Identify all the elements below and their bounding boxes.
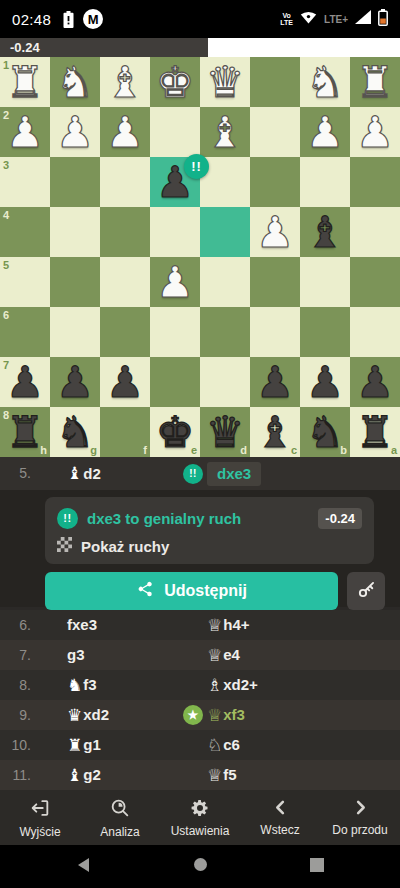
black-pawn: ♟ <box>250 357 300 407</box>
android-recents-button[interactable] <box>310 858 324 876</box>
rank-label: 5 <box>3 259 9 271</box>
black-pawn: ♟ <box>0 357 50 407</box>
black-rook: ♜ <box>350 407 400 457</box>
square-g1[interactable]: ♞ <box>50 57 100 107</box>
black-knight: ♞ <box>300 407 350 457</box>
signal-icon <box>355 10 371 28</box>
square-c1[interactable] <box>250 57 300 107</box>
move-piece-icon: ♘ <box>207 730 222 760</box>
nav-item-exit[interactable]: Wyjście <box>0 790 80 845</box>
square-a7[interactable]: ♟ <box>350 357 400 407</box>
black-pawn: ♟ <box>300 357 350 407</box>
square-e8[interactable]: e♚ <box>150 407 200 457</box>
white-pawn: ♟ <box>100 107 150 157</box>
move-piece-icon: ♗ <box>207 670 222 700</box>
square-g8[interactable]: g♞ <box>50 407 100 457</box>
analysis-headline: dxe3 to genialny ruch <box>87 510 241 527</box>
square-h7[interactable]: 7♟ <box>0 357 50 407</box>
black-pawn: ♟ <box>50 357 100 407</box>
square-b6[interactable] <box>300 307 350 357</box>
white-pawn: ♟ <box>150 257 200 307</box>
square-h2[interactable]: 2♟ <box>0 107 50 157</box>
move-san: g2 <box>83 760 101 790</box>
key-button[interactable] <box>347 572 385 610</box>
square-c5[interactable] <box>250 257 300 307</box>
move-number: 7. <box>0 640 31 670</box>
square-b4[interactable]: ♝ <box>300 207 350 257</box>
app-nav-bar: Wyjście Analiza Ustawienia Wstecz Do prz… <box>0 790 400 845</box>
white-pawn: ♟ <box>250 207 300 257</box>
move-piece-icon: ♕ <box>207 700 222 730</box>
square-d1[interactable]: ♛ <box>200 57 250 107</box>
evaluation-bar: -0.24 <box>0 38 400 57</box>
square-a8[interactable]: a♜ <box>350 407 400 457</box>
square-b5[interactable] <box>300 257 350 307</box>
white-move[interactable]: ♞f3 <box>67 670 97 700</box>
white-pawn: ♟ <box>0 107 50 157</box>
black-king: ♚ <box>150 407 200 457</box>
key-icon <box>356 579 377 604</box>
volte-icon: VoLTE <box>280 12 293 26</box>
square-d5[interactable] <box>200 257 250 307</box>
move-number: 5. <box>0 457 31 490</box>
square-b3[interactable] <box>300 157 350 207</box>
move-row-7: 7.g3♕e4 <box>0 640 400 670</box>
black-queen: ♛ <box>200 407 250 457</box>
network-type-label: LTE+ <box>324 14 348 25</box>
square-e2[interactable] <box>150 107 200 157</box>
square-a1[interactable]: ♜ <box>350 57 400 107</box>
black-move[interactable]: ♗xd2+ <box>183 670 258 700</box>
motorola-logo: M <box>83 9 103 29</box>
square-d7[interactable] <box>200 357 250 407</box>
move-piece-icon: ♕ <box>207 640 222 670</box>
black-knight: ♞ <box>50 407 100 457</box>
black-rook: ♜ <box>0 407 50 457</box>
chess-board: 1♜♞♝♚♛♞♜2♟♟♟♝♟♟3♟4♟♝5♟67♟♟♟♟♟♟8h♜g♞fe♚d♛… <box>0 57 400 457</box>
move-san: c6 <box>223 730 240 760</box>
square-a3[interactable] <box>350 157 400 207</box>
square-g2[interactable]: ♟ <box>50 107 100 157</box>
nav-label: Ustawienia <box>171 824 230 838</box>
square-h3[interactable]: 3 <box>0 157 50 207</box>
black-move[interactable]: ♕e4 <box>183 640 240 670</box>
white-bishop: ♝ <box>100 57 150 107</box>
white-move[interactable]: ♝d2 <box>67 457 101 490</box>
move-san: d2 <box>83 457 101 490</box>
brilliant-badge-icon: !! <box>57 508 78 529</box>
move-row-5: 5.♝d2!!dxe3 <box>0 457 400 490</box>
square-e6[interactable] <box>150 307 200 357</box>
square-b2[interactable]: ♟ <box>300 107 350 157</box>
nav-item-analysis[interactable]: Analiza <box>80 790 160 845</box>
analysis-card: !! dxe3 to genialny ruch -0.24 Pokaż ruc… <box>45 497 374 564</box>
black-bishop: ♝ <box>300 207 350 257</box>
white-pawn: ♟ <box>50 107 100 157</box>
best-move-star-icon: ★ <box>183 705 203 725</box>
black-move[interactable]: ★♕xf3 <box>183 700 245 730</box>
chevron-left-icon <box>271 798 290 820</box>
status-bar: 02:48 M VoLTE LTE+ <box>0 0 400 38</box>
move-number: 9. <box>0 700 31 730</box>
move-number: 8. <box>0 670 31 700</box>
evaluation-value: -0.24 <box>10 38 40 57</box>
share-button-label: Udostępnij <box>164 582 247 600</box>
white-move[interactable]: ♜g1 <box>67 730 101 760</box>
square-c4[interactable]: ♟ <box>250 207 300 257</box>
move-piece-icon: ♛ <box>67 700 82 730</box>
move-san: xd2 <box>83 700 109 730</box>
square-e1[interactable]: ♚ <box>150 57 200 107</box>
black-move[interactable]: !!dxe3 <box>183 457 261 490</box>
android-home-button[interactable] <box>193 857 208 876</box>
move-san: dxe3 <box>217 465 251 482</box>
white-king: ♚ <box>150 57 200 107</box>
move-piece-icon: ♕ <box>207 610 222 640</box>
black-pawn: ♟ <box>100 357 150 407</box>
exit-icon <box>29 797 51 822</box>
share-button[interactable]: Udostępnij <box>45 572 338 610</box>
settings-gear-icon <box>190 798 210 821</box>
rank-label: 3 <box>3 159 9 171</box>
square-b1[interactable]: ♞ <box>300 57 350 107</box>
move-san: h4+ <box>223 610 249 640</box>
battery-icon <box>378 9 388 30</box>
square-g5[interactable] <box>50 257 100 307</box>
square-d6[interactable] <box>200 307 250 357</box>
square-a6[interactable] <box>350 307 400 357</box>
square-c6[interactable] <box>250 307 300 357</box>
white-move[interactable]: g3 <box>67 640 85 670</box>
square-h1[interactable]: 1♜ <box>0 57 50 107</box>
white-move[interactable]: fxe3 <box>67 610 97 640</box>
nav-item-back[interactable]: Wstecz <box>240 790 320 845</box>
square-c2[interactable] <box>250 107 300 157</box>
square-h8[interactable]: 8h♜ <box>0 407 50 457</box>
square-e4[interactable] <box>150 207 200 257</box>
move-row-10: 10.♜g1♘c6 <box>0 730 400 760</box>
move-san: g3 <box>67 640 85 670</box>
move-row-6: 6.fxe3♕h4+ <box>0 610 400 640</box>
move-row-9: 9.♛xd2★♕xf3 <box>0 700 400 730</box>
eval-score-badge: -0.24 <box>318 508 362 529</box>
white-knight: ♞ <box>300 57 350 107</box>
move-piece-icon: ♝ <box>67 457 82 490</box>
square-h4[interactable]: 4 <box>0 207 50 257</box>
clock: 02:48 <box>12 11 51 28</box>
square-c8[interactable]: c♝ <box>250 407 300 457</box>
white-knight: ♞ <box>50 57 100 107</box>
white-pawn: ♟ <box>350 107 400 157</box>
white-move[interactable]: ♛xd2 <box>67 700 109 730</box>
square-f8[interactable]: f <box>100 407 150 457</box>
square-f7[interactable]: ♟ <box>100 357 150 407</box>
square-d4[interactable] <box>200 207 250 257</box>
square-a4[interactable] <box>350 207 400 257</box>
square-g7[interactable]: ♟ <box>50 357 100 407</box>
nav-label: Analiza <box>100 825 139 839</box>
move-number: 11. <box>0 760 31 790</box>
move-san: g1 <box>83 730 101 760</box>
square-h5[interactable]: 5 <box>0 257 50 307</box>
move-san: f3 <box>83 670 96 700</box>
white-move[interactable]: ♝g2 <box>67 760 101 790</box>
move-number: 6. <box>0 610 31 640</box>
android-nav-bar <box>0 845 400 888</box>
current-move-row: 5.♝d2!!dxe3 <box>0 457 400 490</box>
white-rook: ♜ <box>0 57 50 107</box>
square-e5[interactable]: ♟ <box>150 257 200 307</box>
square-c7[interactable]: ♟ <box>250 357 300 407</box>
move-piece-icon: ♝ <box>67 760 82 790</box>
white-rook: ♜ <box>350 57 400 107</box>
nav-item-forward[interactable]: Do przodu <box>320 790 400 845</box>
square-a2[interactable]: ♟ <box>350 107 400 157</box>
black-bishop: ♝ <box>250 407 300 457</box>
analysis-panel: !! dxe3 to genialny ruch -0.24 Pokaż ruc… <box>0 490 400 607</box>
black-move[interactable]: ♘c6 <box>183 730 240 760</box>
move-list: 6.fxe3♕h4+7.g3♕e48.♞f3♗xd2+9.♛xd2★♕xf310… <box>0 610 400 790</box>
mini-board-icon <box>57 537 72 556</box>
brilliant-move-board-badge: !! <box>184 154 209 179</box>
move-san: e4 <box>223 640 240 670</box>
rank-label: 4 <box>3 209 9 221</box>
move-number: 10. <box>0 730 31 760</box>
white-bishop: ♝ <box>200 107 250 157</box>
white-queen: ♛ <box>200 57 250 107</box>
square-f5[interactable] <box>100 257 150 307</box>
share-icon <box>136 580 154 602</box>
move-row-8: 8.♞f3♗xd2+ <box>0 670 400 700</box>
nav-item-settings[interactable]: Ustawienia <box>160 790 240 845</box>
nav-label: Wyjście <box>19 825 60 839</box>
move-row-11: 11.♝g2♕f5 <box>0 760 400 790</box>
move-san: f5 <box>223 760 236 790</box>
wifi-icon <box>300 10 317 28</box>
square-f3[interactable] <box>100 157 150 207</box>
square-f4[interactable] <box>100 207 150 257</box>
move-san: fxe3 <box>67 610 97 640</box>
black-move[interactable]: ♕h4+ <box>183 610 250 640</box>
square-e7[interactable] <box>150 357 200 407</box>
square-f6[interactable] <box>100 307 150 357</box>
square-f2[interactable]: ♟ <box>100 107 150 157</box>
show-moves-label: Pokaż ruchy <box>81 538 169 555</box>
battery-alert-icon <box>63 11 74 28</box>
move-piece-icon: ♞ <box>67 670 82 700</box>
file-label: f <box>143 444 147 456</box>
black-move[interactable]: ♕f5 <box>183 760 237 790</box>
square-d8[interactable]: d♛ <box>200 407 250 457</box>
square-g6[interactable] <box>50 307 100 357</box>
chevron-right-icon <box>351 798 370 820</box>
move-piece-icon: ♜ <box>67 730 82 760</box>
status-icons: VoLTE LTE+ <box>280 9 388 30</box>
show-moves-row[interactable]: Pokaż ruchy <box>57 538 362 554</box>
black-pawn: ♟ <box>350 357 400 407</box>
move-piece-icon: ♕ <box>207 760 222 790</box>
android-back-button[interactable] <box>76 857 91 877</box>
square-f1[interactable]: ♝ <box>100 57 150 107</box>
brilliant-badge-icon: !! <box>183 464 203 484</box>
square-d2[interactable]: ♝ <box>200 107 250 157</box>
square-b7[interactable]: ♟ <box>300 357 350 407</box>
rank-label: 6 <box>3 309 9 321</box>
phone-screen: 02:48 M VoLTE LTE+ -0.24 1♜♞♝♚♛♞♜2♟♟♟♝♟♟… <box>0 0 400 888</box>
square-g4[interactable] <box>50 207 100 257</box>
square-a5[interactable] <box>350 257 400 307</box>
move-san: xd2+ <box>223 670 258 700</box>
square-g3[interactable] <box>50 157 100 207</box>
move-san: xf3 <box>223 700 245 730</box>
square-b8[interactable]: b♞ <box>300 407 350 457</box>
square-h6[interactable]: 6 <box>0 307 50 357</box>
nav-label: Do przodu <box>332 823 387 837</box>
nav-label: Wstecz <box>260 823 299 837</box>
square-c3[interactable] <box>250 157 300 207</box>
white-pawn: ♟ <box>300 107 350 157</box>
analysis-icon <box>109 797 131 822</box>
